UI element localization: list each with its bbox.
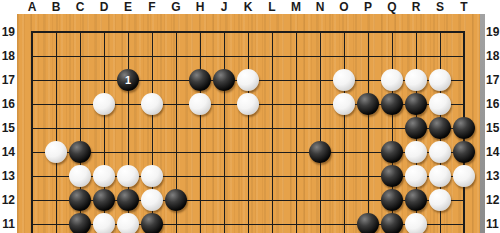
row-label-right-12: 12 bbox=[486, 193, 500, 207]
white-stone-S13[interactable] bbox=[429, 165, 451, 187]
black-stone-C11[interactable] bbox=[69, 213, 91, 233]
white-stone-H16[interactable] bbox=[189, 93, 211, 115]
grid-line-v-M bbox=[296, 31, 297, 233]
move-number-label: 1 bbox=[125, 75, 131, 86]
white-stone-E11[interactable] bbox=[117, 213, 139, 233]
row-label-right-14: 14 bbox=[486, 145, 500, 159]
black-stone-E12[interactable] bbox=[117, 189, 139, 211]
white-stone-D16[interactable] bbox=[93, 93, 115, 115]
row-label-right-19: 19 bbox=[486, 25, 500, 39]
grid-line-v-K bbox=[248, 31, 249, 233]
row-label-right-17: 17 bbox=[486, 73, 500, 87]
white-stone-S14[interactable] bbox=[429, 141, 451, 163]
row-label-left-15: 15 bbox=[0, 121, 15, 135]
black-stone-R16[interactable] bbox=[405, 93, 427, 115]
column-label-H: H bbox=[188, 0, 212, 14]
column-label-E: E bbox=[116, 0, 140, 14]
white-stone-R11[interactable] bbox=[405, 213, 427, 233]
column-label-Q: Q bbox=[380, 0, 404, 14]
grid-line-v-O bbox=[344, 31, 345, 233]
black-stone-Q11[interactable] bbox=[381, 213, 403, 233]
go-board-viewer: ABCDEFGHJKLMNOPQRST191918181717161615151… bbox=[0, 0, 500, 233]
column-label-M: M bbox=[284, 0, 308, 14]
white-stone-R13[interactable] bbox=[405, 165, 427, 187]
white-stone-D13[interactable] bbox=[93, 165, 115, 187]
grid-line-v-N bbox=[320, 31, 321, 233]
black-stone-T14[interactable] bbox=[453, 141, 475, 163]
black-stone-C14[interactable] bbox=[69, 141, 91, 163]
black-stone-J17[interactable] bbox=[213, 69, 235, 91]
white-stone-C13[interactable] bbox=[69, 165, 91, 187]
white-stone-E13[interactable] bbox=[117, 165, 139, 187]
black-stone-N14[interactable] bbox=[309, 141, 331, 163]
row-label-left-13: 13 bbox=[0, 169, 15, 183]
column-label-D: D bbox=[92, 0, 116, 14]
white-stone-O17[interactable] bbox=[333, 69, 355, 91]
black-stone-R12[interactable] bbox=[405, 189, 427, 211]
column-label-K: K bbox=[236, 0, 260, 14]
column-label-O: O bbox=[332, 0, 356, 14]
column-label-R: R bbox=[404, 0, 428, 14]
white-stone-S16[interactable] bbox=[429, 93, 451, 115]
board-edge-shadow bbox=[480, 14, 485, 233]
row-label-right-16: 16 bbox=[486, 97, 500, 111]
grid-line-v-P bbox=[368, 31, 369, 233]
row-label-left-17: 17 bbox=[0, 73, 15, 87]
white-stone-D11[interactable] bbox=[93, 213, 115, 233]
white-stone-B14[interactable] bbox=[45, 141, 67, 163]
white-stone-S12[interactable] bbox=[429, 189, 451, 211]
row-label-left-12: 12 bbox=[0, 193, 15, 207]
black-stone-D12[interactable] bbox=[93, 189, 115, 211]
black-stone-E17[interactable]: 1 bbox=[117, 69, 139, 91]
black-stone-H17[interactable] bbox=[189, 69, 211, 91]
black-stone-Q12[interactable] bbox=[381, 189, 403, 211]
white-stone-K16[interactable] bbox=[237, 93, 259, 115]
column-label-A: A bbox=[20, 0, 44, 14]
black-stone-F11[interactable] bbox=[141, 213, 163, 233]
black-stone-C12[interactable] bbox=[69, 189, 91, 211]
row-label-left-18: 18 bbox=[0, 49, 15, 63]
row-label-right-18: 18 bbox=[486, 49, 500, 63]
column-label-F: F bbox=[140, 0, 164, 14]
column-label-P: P bbox=[356, 0, 380, 14]
black-stone-P11[interactable] bbox=[357, 213, 379, 233]
white-stone-F13[interactable] bbox=[141, 165, 163, 187]
white-stone-F16[interactable] bbox=[141, 93, 163, 115]
grid-line-v-H bbox=[200, 31, 201, 233]
white-stone-T13[interactable] bbox=[453, 165, 475, 187]
column-label-C: C bbox=[68, 0, 92, 14]
black-stone-T15[interactable] bbox=[453, 117, 475, 139]
grid-line-v-J bbox=[224, 31, 225, 233]
row-label-left-16: 16 bbox=[0, 97, 15, 111]
column-label-N: N bbox=[308, 0, 332, 14]
black-stone-Q16[interactable] bbox=[381, 93, 403, 115]
column-label-J: J bbox=[212, 0, 236, 14]
white-stone-O16[interactable] bbox=[333, 93, 355, 115]
white-stone-Q17[interactable] bbox=[381, 69, 403, 91]
column-label-B: B bbox=[44, 0, 68, 14]
white-stone-K17[interactable] bbox=[237, 69, 259, 91]
white-stone-F12[interactable] bbox=[141, 189, 163, 211]
column-label-L: L bbox=[260, 0, 284, 14]
black-stone-R15[interactable] bbox=[405, 117, 427, 139]
black-stone-S15[interactable] bbox=[429, 117, 451, 139]
column-label-G: G bbox=[164, 0, 188, 14]
column-label-S: S bbox=[428, 0, 452, 14]
white-stone-S17[interactable] bbox=[429, 69, 451, 91]
black-stone-P16[interactable] bbox=[357, 93, 379, 115]
grid-line-v-A bbox=[31, 31, 33, 233]
white-stone-R14[interactable] bbox=[405, 141, 427, 163]
row-label-right-13: 13 bbox=[486, 169, 500, 183]
column-label-T: T bbox=[452, 0, 476, 14]
grid-line-v-L bbox=[272, 31, 273, 233]
row-label-left-11: 11 bbox=[0, 217, 15, 231]
white-stone-R17[interactable] bbox=[405, 69, 427, 91]
black-stone-Q14[interactable] bbox=[381, 141, 403, 163]
row-label-left-14: 14 bbox=[0, 145, 15, 159]
black-stone-Q13[interactable] bbox=[381, 165, 403, 187]
row-label-left-19: 19 bbox=[0, 25, 15, 39]
black-stone-G12[interactable] bbox=[165, 189, 187, 211]
grid-line-v-B bbox=[56, 31, 57, 233]
row-label-right-11: 11 bbox=[486, 217, 500, 231]
row-label-right-15: 15 bbox=[486, 121, 500, 135]
